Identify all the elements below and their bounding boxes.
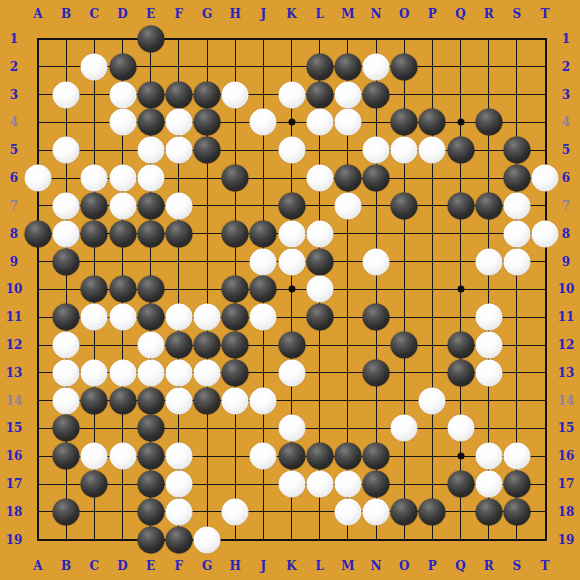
column-label-top: K [286, 8, 296, 20]
black-stone-H6[interactable] [222, 165, 249, 192]
black-stone-E19[interactable] [137, 526, 164, 553]
white-stone-T8[interactable] [532, 220, 559, 247]
white-stone-F5[interactable] [165, 137, 192, 164]
column-label-top: E [146, 8, 155, 20]
black-stone-B9[interactable] [53, 248, 80, 275]
black-stone-E16[interactable] [137, 443, 164, 470]
black-stone-F8[interactable] [165, 220, 192, 247]
row-label-left: 15 [6, 422, 23, 434]
row-label-right: 7 [562, 200, 570, 212]
black-stone-E3[interactable] [137, 81, 164, 108]
black-stone-S17[interactable] [503, 471, 530, 498]
black-stone-O2[interactable] [391, 53, 418, 80]
white-stone-S8[interactable] [503, 220, 530, 247]
column-label-top: C [90, 8, 100, 20]
white-stone-F4[interactable] [165, 109, 192, 136]
column-label-top: G [202, 8, 212, 20]
white-stone-F7[interactable] [165, 192, 192, 219]
black-stone-R4[interactable] [475, 109, 502, 136]
white-stone-D16[interactable] [109, 443, 136, 470]
row-label-right: 11 [558, 311, 575, 323]
black-stone-Q7[interactable] [447, 192, 474, 219]
black-stone-H12[interactable] [222, 332, 249, 359]
white-stone-M3[interactable] [334, 81, 361, 108]
white-stone-J9[interactable] [250, 248, 277, 275]
row-label-right: 6 [562, 172, 570, 184]
white-stone-J4[interactable] [250, 109, 277, 136]
white-stone-N18[interactable] [363, 498, 390, 525]
row-label-right: 15 [558, 422, 575, 434]
white-stone-K9[interactable] [278, 248, 305, 275]
row-label-left: 19 [6, 534, 23, 546]
row-label-right: 5 [562, 144, 570, 156]
black-stone-H11[interactable] [222, 304, 249, 331]
black-stone-R7[interactable] [475, 192, 502, 219]
white-stone-B7[interactable] [53, 192, 80, 219]
black-stone-S5[interactable] [503, 137, 530, 164]
column-label-top: T [541, 8, 550, 20]
white-stone-N2[interactable] [363, 53, 390, 80]
white-stone-D7[interactable] [109, 192, 136, 219]
white-stone-H14[interactable] [222, 387, 249, 414]
column-label-top: L [315, 8, 323, 20]
white-stone-K15[interactable] [278, 415, 305, 442]
white-stone-H18[interactable] [222, 498, 249, 525]
black-stone-D2[interactable] [109, 53, 136, 80]
star-point [457, 119, 464, 126]
black-stone-G4[interactable] [194, 109, 221, 136]
row-label-left: 16 [6, 450, 23, 462]
black-stone-O18[interactable] [391, 498, 418, 525]
white-stone-S16[interactable] [503, 443, 530, 470]
black-stone-F19[interactable] [165, 526, 192, 553]
white-stone-B3[interactable] [53, 81, 80, 108]
white-stone-F14[interactable] [165, 387, 192, 414]
white-stone-J16[interactable] [250, 443, 277, 470]
column-label-bottom: T [541, 560, 550, 572]
black-stone-Q5[interactable] [447, 137, 474, 164]
white-stone-F18[interactable] [165, 498, 192, 525]
white-stone-O5[interactable] [391, 137, 418, 164]
white-stone-E5[interactable] [137, 137, 164, 164]
white-stone-J14[interactable] [250, 387, 277, 414]
row-label-left: 18 [6, 506, 23, 518]
white-stone-R16[interactable] [475, 443, 502, 470]
row-label-right: 12 [558, 339, 575, 351]
white-stone-K13[interactable] [278, 359, 305, 386]
black-stone-E17[interactable] [137, 471, 164, 498]
black-stone-N17[interactable] [363, 471, 390, 498]
black-stone-N11[interactable] [363, 304, 390, 331]
black-stone-E15[interactable] [137, 415, 164, 442]
column-label-top: J [261, 8, 267, 20]
white-stone-P5[interactable] [419, 137, 446, 164]
row-label-right: 14 [558, 395, 575, 407]
black-stone-H13[interactable] [222, 359, 249, 386]
black-stone-L11[interactable] [306, 304, 333, 331]
white-stone-R11[interactable] [475, 304, 502, 331]
white-stone-B13[interactable] [53, 359, 80, 386]
white-stone-Q15[interactable] [447, 415, 474, 442]
black-stone-E10[interactable] [137, 276, 164, 303]
black-stone-C8[interactable] [81, 220, 108, 247]
white-stone-B5[interactable] [53, 137, 80, 164]
white-stone-G13[interactable] [194, 359, 221, 386]
column-label-bottom: G [202, 560, 212, 572]
column-label-bottom: M [341, 560, 354, 572]
white-stone-L10[interactable] [306, 276, 333, 303]
white-stone-T6[interactable] [532, 165, 559, 192]
column-label-top: P [428, 8, 437, 20]
white-stone-M7[interactable] [334, 192, 361, 219]
column-label-top: H [230, 8, 241, 20]
black-stone-D10[interactable] [109, 276, 136, 303]
black-stone-S18[interactable] [503, 498, 530, 525]
column-label-bottom: S [513, 560, 522, 572]
white-stone-J11[interactable] [250, 304, 277, 331]
black-stone-C14[interactable] [81, 387, 108, 414]
black-stone-F3[interactable] [165, 81, 192, 108]
column-label-bottom: Q [455, 560, 465, 572]
row-label-left: 14 [6, 395, 23, 407]
column-label-bottom: N [371, 560, 382, 572]
white-stone-M4[interactable] [334, 109, 361, 136]
black-stone-O4[interactable] [391, 109, 418, 136]
black-stone-L2[interactable] [306, 53, 333, 80]
star-point [288, 119, 295, 126]
column-label-bottom: R [484, 560, 494, 572]
white-stone-F17[interactable] [165, 471, 192, 498]
white-stone-N5[interactable] [363, 137, 390, 164]
black-stone-N3[interactable] [363, 81, 390, 108]
black-stone-E7[interactable] [137, 192, 164, 219]
white-stone-C16[interactable] [81, 443, 108, 470]
row-label-left: 11 [6, 311, 23, 323]
black-stone-S6[interactable] [503, 165, 530, 192]
black-stone-E4[interactable] [137, 109, 164, 136]
black-stone-P18[interactable] [419, 498, 446, 525]
white-stone-G11[interactable] [194, 304, 221, 331]
white-stone-S7[interactable] [503, 192, 530, 219]
row-label-left: 1 [10, 33, 18, 45]
black-stone-N13[interactable] [363, 359, 390, 386]
black-stone-J8[interactable] [250, 220, 277, 247]
black-stone-G14[interactable] [194, 387, 221, 414]
black-stone-N16[interactable] [363, 443, 390, 470]
black-stone-M6[interactable] [334, 165, 361, 192]
white-stone-F11[interactable] [165, 304, 192, 331]
row-label-right: 4 [562, 116, 570, 128]
black-stone-O7[interactable] [391, 192, 418, 219]
row-label-right: 19 [558, 534, 575, 546]
white-stone-K3[interactable] [278, 81, 305, 108]
black-stone-F12[interactable] [165, 332, 192, 359]
black-stone-R18[interactable] [475, 498, 502, 525]
white-stone-L17[interactable] [306, 471, 333, 498]
column-label-bottom: C [90, 560, 100, 572]
black-stone-P4[interactable] [419, 109, 446, 136]
black-stone-H10[interactable] [222, 276, 249, 303]
black-stone-K16[interactable] [278, 443, 305, 470]
white-stone-R13[interactable] [475, 359, 502, 386]
white-stone-L8[interactable] [306, 220, 333, 247]
column-label-bottom: H [230, 560, 241, 572]
row-label-right: 16 [558, 450, 575, 462]
column-label-bottom: F [175, 560, 184, 572]
row-label-right: 18 [558, 506, 575, 518]
row-label-right: 10 [558, 283, 575, 295]
row-label-left: 4 [10, 116, 18, 128]
column-label-bottom: D [117, 560, 127, 572]
black-stone-O12[interactable] [391, 332, 418, 359]
column-label-bottom: E [146, 560, 155, 572]
white-stone-K8[interactable] [278, 220, 305, 247]
column-label-top: O [399, 8, 409, 20]
black-stone-K12[interactable] [278, 332, 305, 359]
row-label-left: 17 [6, 478, 23, 490]
black-stone-G3[interactable] [194, 81, 221, 108]
column-label-bottom: L [315, 560, 323, 572]
column-label-bottom: J [261, 560, 267, 572]
white-stone-C2[interactable] [81, 53, 108, 80]
column-label-bottom: P [428, 560, 437, 572]
white-stone-F13[interactable] [165, 359, 192, 386]
column-label-top: B [61, 8, 71, 20]
row-label-right: 17 [558, 478, 575, 490]
white-stone-C13[interactable] [81, 359, 108, 386]
row-label-right: 1 [562, 33, 570, 45]
black-stone-G12[interactable] [194, 332, 221, 359]
black-stone-Q12[interactable] [447, 332, 474, 359]
column-label-top: M [341, 8, 354, 20]
white-stone-B14[interactable] [53, 387, 80, 414]
white-stone-L6[interactable] [306, 165, 333, 192]
row-label-left: 8 [10, 228, 18, 240]
row-label-right: 3 [562, 89, 570, 101]
white-stone-E13[interactable] [137, 359, 164, 386]
column-label-top: D [117, 8, 127, 20]
black-stone-N6[interactable] [363, 165, 390, 192]
column-label-bottom: O [399, 560, 409, 572]
row-label-left: 6 [10, 172, 18, 184]
black-stone-Q13[interactable] [447, 359, 474, 386]
black-stone-H8[interactable] [222, 220, 249, 247]
black-stone-J10[interactable] [250, 276, 277, 303]
white-stone-H3[interactable] [222, 81, 249, 108]
row-label-left: 9 [10, 256, 18, 268]
column-label-bottom: B [61, 560, 71, 572]
star-point [288, 286, 295, 293]
row-label-left: 12 [6, 339, 23, 351]
column-label-top: S [513, 8, 522, 20]
white-stone-B8[interactable] [53, 220, 80, 247]
black-stone-C17[interactable] [81, 471, 108, 498]
column-label-top: F [175, 8, 184, 20]
black-stone-E8[interactable] [137, 220, 164, 247]
white-stone-S9[interactable] [503, 248, 530, 275]
white-stone-D11[interactable] [109, 304, 136, 331]
black-stone-B18[interactable] [53, 498, 80, 525]
white-stone-A6[interactable] [25, 165, 52, 192]
white-stone-K17[interactable] [278, 471, 305, 498]
white-stone-M18[interactable] [334, 498, 361, 525]
go-board[interactable]: AABBCCDDEEFFGGHHJJKKLLMMNNOOPPQQRRSSTT11… [0, 0, 580, 580]
black-stone-B15[interactable] [53, 415, 80, 442]
column-label-top: R [484, 8, 494, 20]
white-stone-E6[interactable] [137, 165, 164, 192]
white-stone-O15[interactable] [391, 415, 418, 442]
white-stone-R17[interactable] [475, 471, 502, 498]
white-stone-F16[interactable] [165, 443, 192, 470]
column-label-bottom: A [33, 560, 42, 572]
white-stone-D3[interactable] [109, 81, 136, 108]
row-label-right: 9 [562, 256, 570, 268]
black-stone-C10[interactable] [81, 276, 108, 303]
row-label-right: 13 [558, 367, 575, 379]
black-stone-M16[interactable] [334, 443, 361, 470]
black-stone-C7[interactable] [81, 192, 108, 219]
star-point [457, 286, 464, 293]
white-stone-D4[interactable] [109, 109, 136, 136]
white-stone-K5[interactable] [278, 137, 305, 164]
white-stone-R12[interactable] [475, 332, 502, 359]
black-stone-L16[interactable] [306, 443, 333, 470]
row-label-left: 10 [6, 283, 23, 295]
black-stone-K7[interactable] [278, 192, 305, 219]
black-stone-L9[interactable] [306, 248, 333, 275]
white-stone-G19[interactable] [194, 526, 221, 553]
row-label-left: 5 [10, 144, 18, 156]
white-stone-N9[interactable] [363, 248, 390, 275]
white-stone-R9[interactable] [475, 248, 502, 275]
column-label-top: Q [455, 8, 465, 20]
black-stone-B16[interactable] [53, 443, 80, 470]
row-label-left: 13 [6, 367, 23, 379]
white-stone-C11[interactable] [81, 304, 108, 331]
row-label-left: 3 [10, 89, 18, 101]
black-stone-Q17[interactable] [447, 471, 474, 498]
white-stone-E12[interactable] [137, 332, 164, 359]
white-stone-L4[interactable] [306, 109, 333, 136]
white-stone-M17[interactable] [334, 471, 361, 498]
black-stone-E11[interactable] [137, 304, 164, 331]
black-stone-E14[interactable] [137, 387, 164, 414]
white-stone-C6[interactable] [81, 165, 108, 192]
row-label-left: 7 [10, 200, 18, 212]
black-stone-D8[interactable] [109, 220, 136, 247]
row-label-right: 8 [562, 228, 570, 240]
go-app-window: AABBCCDDEEFFGGHHJJKKLLMMNNOOPPQQRRSSTT11… [0, 0, 580, 580]
black-stone-E1[interactable] [137, 26, 164, 53]
black-stone-D14[interactable] [109, 387, 136, 414]
black-stone-G5[interactable] [194, 137, 221, 164]
black-stone-B11[interactable] [53, 304, 80, 331]
column-label-bottom: K [286, 560, 296, 572]
white-stone-P14[interactable] [419, 387, 446, 414]
row-label-left: 2 [10, 61, 18, 73]
white-stone-B12[interactable] [53, 332, 80, 359]
black-stone-M2[interactable] [334, 53, 361, 80]
white-stone-D13[interactable] [109, 359, 136, 386]
black-stone-L3[interactable] [306, 81, 333, 108]
black-stone-E18[interactable] [137, 498, 164, 525]
row-label-right: 2 [562, 61, 570, 73]
white-stone-D6[interactable] [109, 165, 136, 192]
star-point [457, 453, 464, 460]
column-label-top: A [33, 8, 42, 20]
column-label-top: N [371, 8, 382, 20]
black-stone-A8[interactable] [25, 220, 52, 247]
